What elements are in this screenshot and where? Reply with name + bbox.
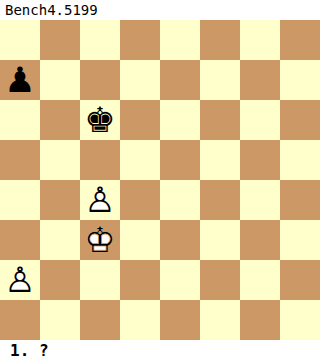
square-a8[interactable] (0, 20, 40, 60)
square-e1[interactable] (160, 300, 200, 340)
square-d1[interactable] (120, 300, 160, 340)
square-h2[interactable] (280, 260, 320, 300)
square-f6[interactable] (200, 100, 240, 140)
square-h3[interactable] (280, 220, 320, 260)
move-prompt: 1. ? (0, 340, 320, 360)
square-f2[interactable] (200, 260, 240, 300)
square-d3[interactable] (120, 220, 160, 260)
square-a5[interactable] (0, 140, 40, 180)
square-a6[interactable] (0, 100, 40, 140)
square-e2[interactable] (160, 260, 200, 300)
square-h6[interactable] (280, 100, 320, 140)
square-b1[interactable] (40, 300, 80, 340)
square-a2[interactable]: ♟♙ (0, 260, 40, 300)
square-b4[interactable] (40, 180, 80, 220)
square-c7[interactable] (80, 60, 120, 100)
square-c3[interactable]: ♚♔ (80, 220, 120, 260)
square-g5[interactable] (240, 140, 280, 180)
square-f8[interactable] (200, 20, 240, 60)
square-e7[interactable] (160, 60, 200, 100)
square-g3[interactable] (240, 220, 280, 260)
black-king[interactable]: ♚ (80, 100, 120, 140)
square-a1[interactable] (0, 300, 40, 340)
square-a4[interactable] (0, 180, 40, 220)
square-c6[interactable]: ♚ (80, 100, 120, 140)
chess-board: ♟♚♟♙♚♔♟♙ (0, 20, 320, 340)
square-a3[interactable] (0, 220, 40, 260)
square-b6[interactable] (40, 100, 80, 140)
square-g4[interactable] (240, 180, 280, 220)
square-g7[interactable] (240, 60, 280, 100)
white-pawn[interactable]: ♙ (80, 180, 120, 220)
square-d4[interactable] (120, 180, 160, 220)
square-e6[interactable] (160, 100, 200, 140)
square-f5[interactable] (200, 140, 240, 180)
white-pawn[interactable]: ♙ (0, 260, 40, 300)
square-c4[interactable]: ♟♙ (80, 180, 120, 220)
square-b3[interactable] (40, 220, 80, 260)
square-g8[interactable] (240, 20, 280, 60)
square-c8[interactable] (80, 20, 120, 60)
square-g1[interactable] (240, 300, 280, 340)
square-b2[interactable] (40, 260, 80, 300)
square-f4[interactable] (200, 180, 240, 220)
square-d7[interactable] (120, 60, 160, 100)
square-f3[interactable] (200, 220, 240, 260)
square-c5[interactable] (80, 140, 120, 180)
square-c2[interactable] (80, 260, 120, 300)
square-f7[interactable] (200, 60, 240, 100)
black-pawn[interactable]: ♟ (0, 60, 40, 100)
square-d8[interactable] (120, 20, 160, 60)
square-h1[interactable] (280, 300, 320, 340)
square-e5[interactable] (160, 140, 200, 180)
square-b8[interactable] (40, 20, 80, 60)
square-e8[interactable] (160, 20, 200, 60)
square-d5[interactable] (120, 140, 160, 180)
square-h8[interactable] (280, 20, 320, 60)
square-h4[interactable] (280, 180, 320, 220)
square-b5[interactable] (40, 140, 80, 180)
square-g2[interactable] (240, 260, 280, 300)
square-e3[interactable] (160, 220, 200, 260)
square-d2[interactable] (120, 260, 160, 300)
square-e4[interactable] (160, 180, 200, 220)
square-c1[interactable] (80, 300, 120, 340)
square-a7[interactable]: ♟ (0, 60, 40, 100)
square-d6[interactable] (120, 100, 160, 140)
square-b7[interactable] (40, 60, 80, 100)
white-king[interactable]: ♔ (80, 220, 120, 260)
square-h7[interactable] (280, 60, 320, 100)
square-h5[interactable] (280, 140, 320, 180)
square-f1[interactable] (200, 300, 240, 340)
square-g6[interactable] (240, 100, 280, 140)
window-title: Bench4.5199 (0, 0, 320, 20)
